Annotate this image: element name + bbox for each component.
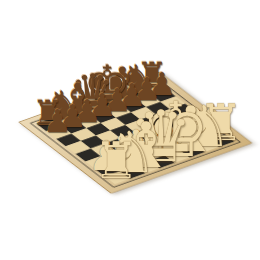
board-grid [36,81,234,184]
chess-set-photo: ♜♞♝♛♚♝♞♜♟♟♟♟♟♟♟♟♟♟♟♟♟♟♟♟♜♞♝♛♚♝♞♜ [0,0,260,260]
chess-board [18,71,253,193]
